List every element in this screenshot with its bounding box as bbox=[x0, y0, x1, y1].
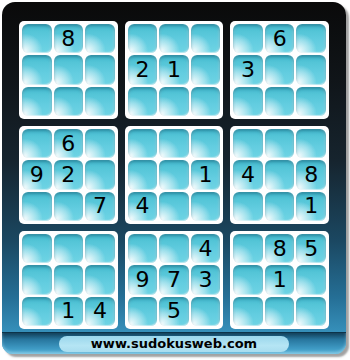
sudoku-cell-r9c4[interactable] bbox=[128, 297, 158, 326]
sudoku-cell-r8c4[interactable]: 9 bbox=[128, 265, 158, 294]
sudoku-cell-r7c9[interactable]: 5 bbox=[296, 234, 326, 263]
sudoku-cell-r1c6[interactable] bbox=[191, 24, 221, 53]
given-digit: 7 bbox=[167, 269, 181, 291]
sudoku-cell-r3c1[interactable] bbox=[22, 87, 52, 116]
sudoku-cell-r3c3[interactable] bbox=[85, 87, 115, 116]
footer-band: www.sudokusweb.com bbox=[2, 332, 346, 354]
sudoku-cell-r5c3[interactable] bbox=[85, 160, 115, 189]
sudoku-cell-r9c6[interactable] bbox=[191, 297, 221, 326]
sudoku-cell-r4c8[interactable] bbox=[265, 129, 295, 158]
sudoku-cell-r7c4[interactable] bbox=[128, 234, 158, 263]
sudoku-cell-r1c8[interactable]: 6 bbox=[265, 24, 295, 53]
sudoku-cell-r6c2[interactable] bbox=[54, 192, 84, 221]
sudoku-cell-r7c5[interactable] bbox=[159, 234, 189, 263]
sudoku-cell-r6c8[interactable] bbox=[265, 192, 295, 221]
given-digit: 1 bbox=[273, 269, 287, 291]
sudoku-cell-r3c8[interactable] bbox=[265, 87, 295, 116]
sudoku-box-7: 14 bbox=[19, 231, 118, 329]
given-digit: 6 bbox=[273, 28, 287, 50]
sudoku-cell-r1c2[interactable]: 8 bbox=[54, 24, 84, 53]
sudoku-cell-r2c2[interactable] bbox=[54, 55, 84, 84]
sudoku-cell-r6c1[interactable] bbox=[22, 192, 52, 221]
sudoku-box-4: 6927 bbox=[19, 126, 118, 224]
sudoku-cell-r3c6[interactable] bbox=[191, 87, 221, 116]
sudoku-cell-r2c5[interactable]: 1 bbox=[159, 55, 189, 84]
sudoku-cell-r6c9[interactable]: 1 bbox=[296, 192, 326, 221]
sudoku-cell-r1c9[interactable] bbox=[296, 24, 326, 53]
sudoku-cell-r8c2[interactable] bbox=[54, 265, 84, 294]
sudoku-cell-r9c2[interactable]: 1 bbox=[54, 297, 84, 326]
given-digit: 4 bbox=[93, 300, 107, 322]
sudoku-cell-r9c8[interactable] bbox=[265, 297, 295, 326]
sudoku-cell-r4c9[interactable] bbox=[296, 129, 326, 158]
sudoku-cell-r1c1[interactable] bbox=[22, 24, 52, 53]
given-digit: 4 bbox=[241, 164, 255, 186]
given-digit: 9 bbox=[135, 269, 149, 291]
sudoku-cell-r9c3[interactable]: 4 bbox=[85, 297, 115, 326]
sudoku-cell-r7c7[interactable] bbox=[233, 234, 263, 263]
sudoku-cell-r1c4[interactable] bbox=[128, 24, 158, 53]
sudoku-cell-r3c5[interactable] bbox=[159, 87, 189, 116]
given-digit: 1 bbox=[304, 195, 318, 217]
sudoku-cell-r7c8[interactable]: 8 bbox=[265, 234, 295, 263]
given-digit: 3 bbox=[241, 59, 255, 81]
sudoku-cell-r8c8[interactable]: 1 bbox=[265, 265, 295, 294]
sudoku-cell-r2c3[interactable] bbox=[85, 55, 115, 84]
sudoku-cell-r3c7[interactable] bbox=[233, 87, 263, 116]
given-digit: 1 bbox=[61, 300, 75, 322]
sudoku-cell-r8c9[interactable] bbox=[296, 265, 326, 294]
sudoku-cell-r1c7[interactable] bbox=[233, 24, 263, 53]
sudoku-cell-r5c4[interactable] bbox=[128, 160, 158, 189]
given-digit: 1 bbox=[199, 164, 213, 186]
sudoku-cell-r3c9[interactable] bbox=[296, 87, 326, 116]
sudoku-box-8: 49735 bbox=[125, 231, 224, 329]
sudoku-box-6: 481 bbox=[230, 126, 329, 224]
given-digit: 5 bbox=[304, 238, 318, 260]
sudoku-cell-r6c7[interactable] bbox=[233, 192, 263, 221]
sudoku-cell-r8c6[interactable]: 3 bbox=[191, 265, 221, 294]
sudoku-cell-r9c5[interactable]: 5 bbox=[159, 297, 189, 326]
sudoku-cell-r8c7[interactable] bbox=[233, 265, 263, 294]
sudoku-cell-r7c3[interactable] bbox=[85, 234, 115, 263]
sudoku-cell-r2c4[interactable]: 2 bbox=[128, 55, 158, 84]
sudoku-cell-r2c9[interactable] bbox=[296, 55, 326, 84]
given-digit: 6 bbox=[61, 133, 75, 155]
sudoku-cell-r5c2[interactable]: 2 bbox=[54, 160, 84, 189]
sudoku-box-2: 21 bbox=[125, 21, 224, 119]
sudoku-cell-r5c7[interactable]: 4 bbox=[233, 160, 263, 189]
sudoku-box-3: 63 bbox=[230, 21, 329, 119]
sudoku-cell-r9c9[interactable] bbox=[296, 297, 326, 326]
given-digit: 4 bbox=[135, 195, 149, 217]
sudoku-cell-r4c6[interactable] bbox=[191, 129, 221, 158]
sudoku-cell-r4c4[interactable] bbox=[128, 129, 158, 158]
given-digit: 9 bbox=[30, 164, 44, 186]
sudoku-cell-r5c8[interactable] bbox=[265, 160, 295, 189]
sudoku-box-9: 851 bbox=[230, 231, 329, 329]
sudoku-cell-r2c6[interactable] bbox=[191, 55, 221, 84]
sudoku-cell-r6c4[interactable]: 4 bbox=[128, 192, 158, 221]
sudoku-cell-r4c1[interactable] bbox=[22, 129, 52, 158]
board-frame: 821636927144811449735851 www.sudokusweb.… bbox=[2, 2, 346, 354]
given-digit: 3 bbox=[199, 269, 213, 291]
sudoku-cell-r8c3[interactable] bbox=[85, 265, 115, 294]
sudoku-cell-r7c6[interactable]: 4 bbox=[191, 234, 221, 263]
sudoku-cell-r4c2[interactable]: 6 bbox=[54, 129, 84, 158]
sudoku-cell-r5c1[interactable]: 9 bbox=[22, 160, 52, 189]
sudoku-cell-r6c5[interactable] bbox=[159, 192, 189, 221]
sudoku-cell-r1c3[interactable] bbox=[85, 24, 115, 53]
website-link[interactable]: www.sudokusweb.com bbox=[59, 336, 289, 352]
sudoku-cell-r2c1[interactable] bbox=[22, 55, 52, 84]
given-digit: 8 bbox=[304, 164, 318, 186]
sudoku-cell-r5c9[interactable]: 8 bbox=[296, 160, 326, 189]
sudoku-cell-r4c7[interactable] bbox=[233, 129, 263, 158]
given-digit: 7 bbox=[93, 195, 107, 217]
sudoku-cell-r8c5[interactable]: 7 bbox=[159, 265, 189, 294]
sudoku-cell-r3c4[interactable] bbox=[128, 87, 158, 116]
given-digit: 8 bbox=[61, 28, 75, 50]
sudoku-cell-r5c5[interactable] bbox=[159, 160, 189, 189]
sudoku-cell-r4c3[interactable] bbox=[85, 129, 115, 158]
given-digit: 5 bbox=[167, 300, 181, 322]
sudoku-cell-r6c3[interactable]: 7 bbox=[85, 192, 115, 221]
sudoku-cell-r7c1[interactable] bbox=[22, 234, 52, 263]
sudoku-cell-r9c1[interactable] bbox=[22, 297, 52, 326]
sudoku-cell-r1c5[interactable] bbox=[159, 24, 189, 53]
sudoku-box-5: 14 bbox=[125, 126, 224, 224]
sudoku-cell-r5c6[interactable]: 1 bbox=[191, 160, 221, 189]
given-digit: 2 bbox=[61, 164, 75, 186]
sudoku-board: 821636927144811449735851 bbox=[19, 21, 329, 329]
given-digit: 2 bbox=[135, 59, 149, 81]
sudoku-box-1: 8 bbox=[19, 21, 118, 119]
sudoku-cell-r2c8[interactable] bbox=[265, 55, 295, 84]
sudoku-cell-r6c6[interactable] bbox=[191, 192, 221, 221]
sudoku-puzzle-image: 821636927144811449735851 www.sudokusweb.… bbox=[0, 0, 350, 360]
given-digit: 8 bbox=[273, 238, 287, 260]
sudoku-cell-r8c1[interactable] bbox=[22, 265, 52, 294]
given-digit: 4 bbox=[199, 238, 213, 260]
sudoku-cell-r2c7[interactable]: 3 bbox=[233, 55, 263, 84]
sudoku-cell-r4c5[interactable] bbox=[159, 129, 189, 158]
sudoku-cell-r3c2[interactable] bbox=[54, 87, 84, 116]
sudoku-cell-r9c7[interactable] bbox=[233, 297, 263, 326]
sudoku-cell-r7c2[interactable] bbox=[54, 234, 84, 263]
given-digit: 1 bbox=[167, 59, 181, 81]
